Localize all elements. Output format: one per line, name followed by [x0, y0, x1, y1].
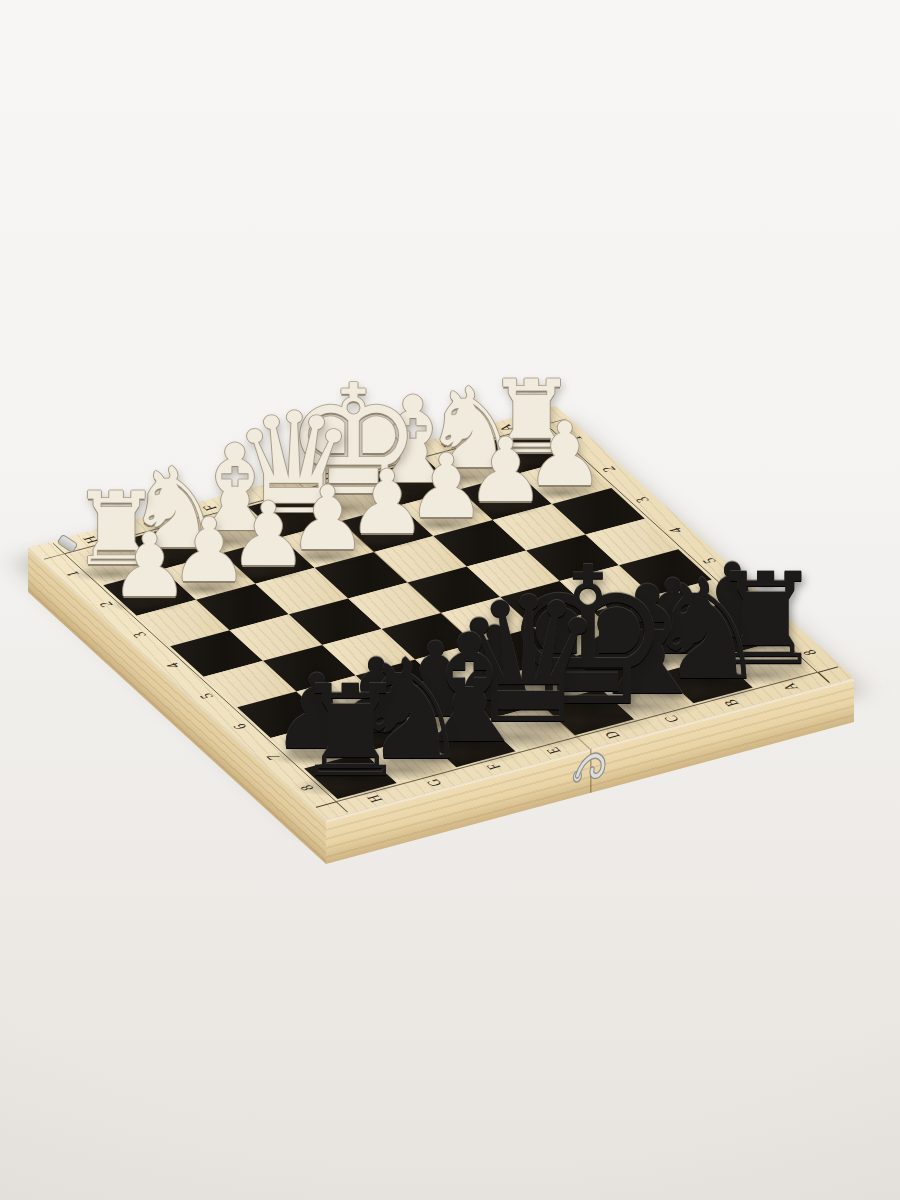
corner-bracket-line [534, 414, 546, 425]
corner-bracket-line [316, 802, 337, 808]
photo-backdrop: 1122334455667788HHGGFFEEDDCCBBAA ♜♞♟♝♟♚♟… [0, 0, 900, 1200]
corner-bracket-line [336, 802, 348, 813]
corner-bracket-line [817, 672, 829, 683]
corner-bracket-line [44, 553, 65, 559]
corner-bracket-line [546, 418, 567, 424]
chess-board: 1122334455667788HHGGFFEEDDCCBBAA [28, 406, 854, 820]
corner-bracket-line [818, 667, 839, 673]
